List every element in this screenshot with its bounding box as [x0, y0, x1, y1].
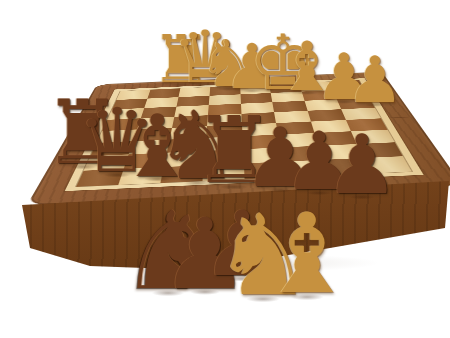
chess-set-photo: ♜♛♞♟♚♝♟♟♜♛♝♞♜♟♟♟♞♟♟♞♝ [0, 0, 450, 338]
light-pawn[interactable]: ♟ [346, 48, 403, 112]
light-bishop[interactable]: ♝ [258, 199, 357, 309]
pieces-layer: ♜♛♞♟♚♝♟♟♜♛♝♞♜♟♟♟♞♟♟♞♝ [0, 0, 450, 338]
